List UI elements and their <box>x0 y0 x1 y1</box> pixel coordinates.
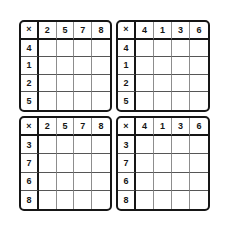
answer-cell[interactable] <box>172 136 190 154</box>
answer-cell[interactable] <box>172 154 190 172</box>
answer-cell[interactable] <box>92 173 110 191</box>
answer-cell[interactable] <box>92 57 110 75</box>
answer-cell[interactable] <box>136 40 154 58</box>
row-header: 1 <box>21 57 39 75</box>
worksheet-page: × 2 5 7 8 4 1 2 5 × <box>0 0 230 230</box>
answer-cell[interactable] <box>172 40 190 58</box>
answer-cell[interactable] <box>57 40 75 58</box>
answer-cell[interactable] <box>190 75 208 93</box>
col-header: 4 <box>136 118 154 136</box>
answer-cell[interactable] <box>136 75 154 93</box>
answer-cell[interactable] <box>92 154 110 172</box>
answer-cell[interactable] <box>74 40 92 58</box>
answer-cell[interactable] <box>57 57 75 75</box>
answer-cell[interactable] <box>136 57 154 75</box>
answer-cell[interactable] <box>92 92 110 110</box>
answer-cell[interactable] <box>154 191 172 209</box>
answer-cell[interactable] <box>57 154 75 172</box>
answer-cell[interactable] <box>172 57 190 75</box>
answer-cell[interactable] <box>74 92 92 110</box>
col-header: 4 <box>136 22 154 40</box>
col-header: 8 <box>92 118 110 136</box>
answer-cell[interactable] <box>74 57 92 75</box>
multiply-icon: × <box>118 118 136 136</box>
answer-cell[interactable] <box>39 75 57 93</box>
answer-cell[interactable] <box>172 92 190 110</box>
answer-cell[interactable] <box>74 191 92 209</box>
answer-cell[interactable] <box>154 75 172 93</box>
answer-cell[interactable] <box>57 191 75 209</box>
col-header: 7 <box>74 118 92 136</box>
answer-cell[interactable] <box>57 173 75 191</box>
answer-cell[interactable] <box>136 173 154 191</box>
row-header: 1 <box>118 57 136 75</box>
row-header: 6 <box>118 173 136 191</box>
answer-cell[interactable] <box>39 154 57 172</box>
answer-cell[interactable] <box>190 40 208 58</box>
col-header: 5 <box>57 22 75 40</box>
answer-cell[interactable] <box>39 57 57 75</box>
row-header: 7 <box>118 154 136 172</box>
answer-cell[interactable] <box>39 191 57 209</box>
row-header: 2 <box>118 75 136 93</box>
row-header: 2 <box>21 75 39 93</box>
times-table-grid-1: × 2 5 7 8 4 1 2 5 <box>19 20 112 112</box>
answer-cell[interactable] <box>190 92 208 110</box>
times-table-grid-2: × 4 1 3 6 4 1 2 5 <box>116 20 210 112</box>
answer-cell[interactable] <box>39 40 57 58</box>
answer-cell[interactable] <box>74 136 92 154</box>
answer-cell[interactable] <box>74 154 92 172</box>
multiply-icon: × <box>21 22 39 40</box>
answer-cell[interactable] <box>190 173 208 191</box>
row-header: 3 <box>21 136 39 154</box>
col-header: 3 <box>172 22 190 40</box>
answer-cell[interactable] <box>92 136 110 154</box>
answer-cell[interactable] <box>136 92 154 110</box>
col-header: 6 <box>190 118 208 136</box>
answer-cell[interactable] <box>136 154 154 172</box>
grids-container: × 2 5 7 8 4 1 2 5 × <box>19 20 210 211</box>
answer-cell[interactable] <box>136 191 154 209</box>
answer-cell[interactable] <box>154 92 172 110</box>
col-header: 2 <box>39 22 57 40</box>
row-header: 5 <box>21 92 39 110</box>
row-header: 4 <box>21 40 39 58</box>
col-header: 5 <box>57 118 75 136</box>
answer-cell[interactable] <box>92 191 110 209</box>
times-table-grid-3: × 2 5 7 8 3 7 6 8 <box>19 116 112 211</box>
answer-cell[interactable] <box>190 136 208 154</box>
answer-cell[interactable] <box>39 136 57 154</box>
col-header: 6 <box>190 22 208 40</box>
row-header: 5 <box>118 92 136 110</box>
answer-cell[interactable] <box>172 191 190 209</box>
answer-cell[interactable] <box>136 136 154 154</box>
answer-cell[interactable] <box>190 191 208 209</box>
answer-cell[interactable] <box>154 136 172 154</box>
answer-cell[interactable] <box>57 75 75 93</box>
times-table-grid-4: × 4 1 3 6 3 7 6 8 <box>116 116 210 211</box>
answer-cell[interactable] <box>57 136 75 154</box>
row-header: 3 <box>118 136 136 154</box>
answer-cell[interactable] <box>74 173 92 191</box>
row-header: 8 <box>118 191 136 209</box>
answer-cell[interactable] <box>154 40 172 58</box>
answer-cell[interactable] <box>39 173 57 191</box>
row-header: 8 <box>21 191 39 209</box>
answer-cell[interactable] <box>39 92 57 110</box>
answer-cell[interactable] <box>154 57 172 75</box>
col-header: 3 <box>172 118 190 136</box>
col-header: 7 <box>74 22 92 40</box>
answer-cell[interactable] <box>92 40 110 58</box>
answer-cell[interactable] <box>154 173 172 191</box>
answer-cell[interactable] <box>57 92 75 110</box>
answer-cell[interactable] <box>92 75 110 93</box>
answer-cell[interactable] <box>190 154 208 172</box>
row-header: 4 <box>118 40 136 58</box>
row-header: 6 <box>21 173 39 191</box>
col-header: 1 <box>154 22 172 40</box>
multiply-icon: × <box>21 118 39 136</box>
answer-cell[interactable] <box>154 154 172 172</box>
multiply-icon: × <box>118 22 136 40</box>
col-header: 8 <box>92 22 110 40</box>
answer-cell[interactable] <box>172 173 190 191</box>
answer-cell[interactable] <box>172 75 190 93</box>
col-header: 1 <box>154 118 172 136</box>
col-header: 2 <box>39 118 57 136</box>
answer-cell[interactable] <box>74 75 92 93</box>
answer-cell[interactable] <box>190 57 208 75</box>
row-header: 7 <box>21 154 39 172</box>
